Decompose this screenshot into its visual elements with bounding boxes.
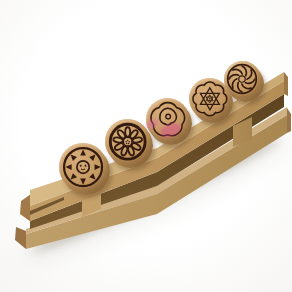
lotus-wheel-design	[107, 121, 148, 162]
stamp-star-flower	[189, 78, 230, 119]
stamp-face	[59, 143, 107, 191]
stamp-lotus-wheel	[105, 119, 150, 164]
product-photo	[0, 0, 292, 292]
pinwheel-design	[225, 62, 259, 96]
sun-face-design	[61, 145, 105, 189]
star-flower-design	[191, 80, 229, 118]
stamp-face	[189, 78, 230, 119]
stamp-sun-face	[59, 143, 107, 191]
stamp-face	[105, 119, 150, 164]
